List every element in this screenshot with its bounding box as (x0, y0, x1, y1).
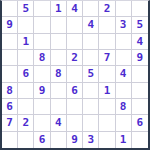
cell-r7c9-empty[interactable] (132, 99, 148, 115)
cell-r7c1-given-6[interactable]: 6 (2, 99, 18, 115)
cell-r7c2-empty[interactable] (18, 99, 34, 115)
cell-r4c1-empty[interactable] (2, 50, 18, 66)
cell-r2c6-given-4[interactable]: 4 (83, 17, 99, 33)
cell-r2c5-empty[interactable] (67, 17, 83, 33)
cell-r5c8-given-4[interactable]: 4 (116, 66, 132, 82)
cell-r4c9-given-9[interactable]: 9 (132, 50, 148, 66)
cell-r8c5-empty[interactable] (67, 115, 83, 131)
cell-r4c6-empty[interactable] (83, 50, 99, 66)
cell-r2c8-given-3[interactable]: 3 (116, 17, 132, 33)
cell-r7c3-empty[interactable] (34, 99, 50, 115)
cell-r4c5-given-2[interactable]: 2 (67, 50, 83, 66)
cell-r8c9-given-6[interactable]: 6 (132, 115, 148, 131)
cell-r6c8-empty[interactable] (116, 83, 132, 99)
cell-r6c6-empty[interactable] (83, 83, 99, 99)
cell-r6c3-given-9[interactable]: 9 (34, 83, 50, 99)
cell-r4c3-given-8[interactable]: 8 (34, 50, 50, 66)
cell-r8c3-empty[interactable] (34, 115, 50, 131)
cell-r1c6-empty[interactable] (83, 1, 99, 17)
cell-r1c5-given-4[interactable]: 4 (67, 1, 83, 17)
cell-r2c1-given-9[interactable]: 9 (2, 17, 18, 33)
cell-r2c3-empty[interactable] (34, 17, 50, 33)
cell-r1c3-empty[interactable] (34, 1, 50, 17)
cell-r4c7-given-7[interactable]: 7 (99, 50, 115, 66)
cell-r2c4-empty[interactable] (51, 17, 67, 33)
cell-r1c4-given-1[interactable]: 1 (51, 1, 67, 17)
cell-r1c7-given-2[interactable]: 2 (99, 1, 115, 17)
cell-r2c7-empty[interactable] (99, 17, 115, 33)
cell-r1c2-given-5[interactable]: 5 (18, 1, 34, 17)
cell-r6c2-empty[interactable] (18, 83, 34, 99)
cell-r5c3-empty[interactable] (34, 66, 50, 82)
cell-r5c6-given-5[interactable]: 5 (83, 66, 99, 82)
cell-r5c4-given-8[interactable]: 8 (51, 66, 67, 82)
cell-r9c3-given-6[interactable]: 6 (34, 132, 50, 148)
cell-r2c2-empty[interactable] (18, 17, 34, 33)
cell-r7c6-empty[interactable] (83, 99, 99, 115)
cell-r3c5-empty[interactable] (67, 34, 83, 50)
cell-r6c5-given-6[interactable]: 6 (67, 83, 83, 99)
cell-r9c7-empty[interactable] (99, 132, 115, 148)
cell-r6c4-empty[interactable] (51, 83, 67, 99)
cell-r8c1-given-7[interactable]: 7 (2, 115, 18, 131)
cell-r7c8-given-8[interactable]: 8 (116, 99, 132, 115)
cell-r3c3-empty[interactable] (34, 34, 50, 50)
cell-r3c4-empty[interactable] (51, 34, 67, 50)
cell-r9c6-given-3[interactable]: 3 (83, 132, 99, 148)
cell-r5c9-empty[interactable] (132, 66, 148, 82)
cell-r4c8-empty[interactable] (116, 50, 132, 66)
cell-r1c8-empty[interactable] (116, 1, 132, 17)
cell-r9c8-given-1[interactable]: 1 (116, 132, 132, 148)
cell-r1c1-empty[interactable] (2, 1, 18, 17)
cell-r5c5-empty[interactable] (67, 66, 83, 82)
cell-r6c7-given-1[interactable]: 1 (99, 83, 115, 99)
cell-r8c4-given-4[interactable]: 4 (51, 115, 67, 131)
cell-r3c8-empty[interactable] (116, 34, 132, 50)
cell-r3c1-empty[interactable] (2, 34, 18, 50)
cell-r8c7-empty[interactable] (99, 115, 115, 131)
cell-r9c1-empty[interactable] (2, 132, 18, 148)
cell-r5c2-given-6[interactable]: 6 (18, 66, 34, 82)
cell-r8c6-empty[interactable] (83, 115, 99, 131)
cell-r5c7-empty[interactable] (99, 66, 115, 82)
cell-r4c2-empty[interactable] (18, 50, 34, 66)
cell-r6c1-given-8[interactable]: 8 (2, 83, 18, 99)
cell-r3c7-empty[interactable] (99, 34, 115, 50)
cell-r8c2-given-2[interactable]: 2 (18, 115, 34, 131)
cell-r7c4-empty[interactable] (51, 99, 67, 115)
cell-r8c8-empty[interactable] (116, 115, 132, 131)
cell-r9c2-empty[interactable] (18, 132, 34, 148)
cell-r3c6-empty[interactable] (83, 34, 99, 50)
cell-r9c9-empty[interactable] (132, 132, 148, 148)
cell-r1c9-empty[interactable] (132, 1, 148, 17)
sudoku-board: 51429435148279685489616872466931 (0, 0, 150, 150)
cell-r2c9-given-5[interactable]: 5 (132, 17, 148, 33)
cell-r5c1-empty[interactable] (2, 66, 18, 82)
cell-r4c4-empty[interactable] (51, 50, 67, 66)
cell-r7c5-empty[interactable] (67, 99, 83, 115)
cell-r7c7-empty[interactable] (99, 99, 115, 115)
cell-r3c2-given-1[interactable]: 1 (18, 34, 34, 50)
cell-r9c5-given-9[interactable]: 9 (67, 132, 83, 148)
cell-r3c9-given-4[interactable]: 4 (132, 34, 148, 50)
cell-r6c9-empty[interactable] (132, 83, 148, 99)
cell-r9c4-empty[interactable] (51, 132, 67, 148)
